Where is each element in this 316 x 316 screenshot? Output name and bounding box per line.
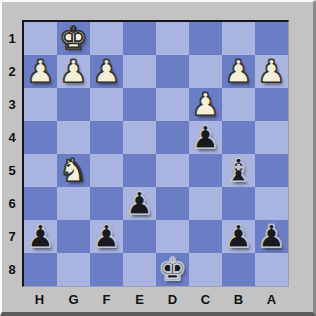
black-pawn[interactable]: ♟ bbox=[24, 220, 57, 253]
square-b2[interactable]: ♟ bbox=[222, 55, 255, 88]
square-g1[interactable]: ♚ bbox=[57, 22, 90, 55]
square-h7[interactable]: ♟ bbox=[24, 220, 57, 253]
white-pawn[interactable]: ♟ bbox=[255, 55, 288, 88]
square-b4[interactable] bbox=[222, 121, 255, 154]
square-h5[interactable] bbox=[24, 154, 57, 187]
white-pawn[interactable]: ♟ bbox=[222, 55, 255, 88]
black-pawn[interactable]: ♟ bbox=[123, 187, 156, 220]
square-g4[interactable] bbox=[57, 121, 90, 154]
square-h8[interactable] bbox=[24, 253, 57, 286]
square-e8[interactable] bbox=[123, 253, 156, 286]
file-label-b: B bbox=[222, 290, 255, 310]
square-g5[interactable]: ♞ bbox=[57, 154, 90, 187]
square-g8[interactable] bbox=[57, 253, 90, 286]
square-c3[interactable]: ♟ bbox=[189, 88, 222, 121]
square-d5[interactable] bbox=[156, 154, 189, 187]
white-knight[interactable]: ♞ bbox=[57, 154, 90, 187]
square-h6[interactable] bbox=[24, 187, 57, 220]
rank-labels: 12345678 bbox=[2, 20, 22, 286]
square-d4[interactable] bbox=[156, 121, 189, 154]
square-a3[interactable] bbox=[255, 88, 288, 121]
square-c6[interactable] bbox=[189, 187, 222, 220]
square-e7[interactable] bbox=[123, 220, 156, 253]
black-pawn[interactable]: ♟ bbox=[222, 220, 255, 253]
white-king[interactable]: ♚ bbox=[57, 22, 90, 55]
white-pawn[interactable]: ♟ bbox=[90, 55, 123, 88]
rank-label-1: 1 bbox=[2, 20, 22, 55]
white-pawn[interactable]: ♟ bbox=[24, 55, 57, 88]
square-f7[interactable]: ♟ bbox=[90, 220, 123, 253]
square-a4[interactable] bbox=[255, 121, 288, 154]
square-g2[interactable]: ♟ bbox=[57, 55, 90, 88]
square-b7[interactable]: ♟ bbox=[222, 220, 255, 253]
black-pawn[interactable]: ♟ bbox=[189, 121, 222, 154]
square-b3[interactable] bbox=[222, 88, 255, 121]
file-label-c: C bbox=[189, 290, 222, 310]
square-a6[interactable] bbox=[255, 187, 288, 220]
square-c1[interactable] bbox=[189, 22, 222, 55]
square-g6[interactable] bbox=[57, 187, 90, 220]
square-h2[interactable]: ♟ bbox=[24, 55, 57, 88]
file-label-h: H bbox=[22, 290, 57, 310]
rank-label-2: 2 bbox=[2, 55, 22, 88]
black-pawn[interactable]: ♟ bbox=[255, 220, 288, 253]
square-f1[interactable] bbox=[90, 22, 123, 55]
square-f3[interactable] bbox=[90, 88, 123, 121]
square-d2[interactable] bbox=[156, 55, 189, 88]
square-e4[interactable] bbox=[123, 121, 156, 154]
square-g7[interactable] bbox=[57, 220, 90, 253]
square-f4[interactable] bbox=[90, 121, 123, 154]
rank-label-5: 5 bbox=[2, 154, 22, 187]
square-c7[interactable] bbox=[189, 220, 222, 253]
black-bishop[interactable]: ♝ bbox=[222, 154, 255, 187]
file-label-a: A bbox=[255, 290, 288, 310]
rank-label-8: 8 bbox=[2, 253, 22, 286]
square-a7[interactable]: ♟ bbox=[255, 220, 288, 253]
black-king[interactable]: ♚ bbox=[156, 253, 189, 286]
square-d7[interactable] bbox=[156, 220, 189, 253]
file-label-g: G bbox=[57, 290, 90, 310]
square-c2[interactable] bbox=[189, 55, 222, 88]
white-pawn[interactable]: ♟ bbox=[189, 88, 222, 121]
square-d8[interactable]: ♚ bbox=[156, 253, 189, 286]
square-e5[interactable] bbox=[123, 154, 156, 187]
square-c5[interactable] bbox=[189, 154, 222, 187]
square-h1[interactable] bbox=[24, 22, 57, 55]
square-e2[interactable] bbox=[123, 55, 156, 88]
file-label-d: D bbox=[156, 290, 189, 310]
square-h3[interactable] bbox=[24, 88, 57, 121]
rank-label-6: 6 bbox=[2, 187, 22, 220]
square-f6[interactable] bbox=[90, 187, 123, 220]
square-c8[interactable] bbox=[189, 253, 222, 286]
square-b5[interactable]: ♝ bbox=[222, 154, 255, 187]
square-b1[interactable] bbox=[222, 22, 255, 55]
square-a2[interactable]: ♟ bbox=[255, 55, 288, 88]
file-label-f: F bbox=[90, 290, 123, 310]
square-e6[interactable]: ♟ bbox=[123, 187, 156, 220]
chess-board[interactable]: ♚♟♟♟♟♟♟♟♞♝♟♟♟♟♟♚ bbox=[22, 20, 289, 287]
file-labels: HGFEDCBA bbox=[22, 290, 288, 310]
square-e1[interactable] bbox=[123, 22, 156, 55]
square-d6[interactable] bbox=[156, 187, 189, 220]
square-a1[interactable] bbox=[255, 22, 288, 55]
square-e3[interactable] bbox=[123, 88, 156, 121]
square-h4[interactable] bbox=[24, 121, 57, 154]
rank-label-3: 3 bbox=[2, 88, 22, 121]
square-b6[interactable] bbox=[222, 187, 255, 220]
square-f8[interactable] bbox=[90, 253, 123, 286]
square-g3[interactable] bbox=[57, 88, 90, 121]
square-b8[interactable] bbox=[222, 253, 255, 286]
square-f2[interactable]: ♟ bbox=[90, 55, 123, 88]
rank-label-7: 7 bbox=[2, 220, 22, 253]
square-d3[interactable] bbox=[156, 88, 189, 121]
black-pawn[interactable]: ♟ bbox=[90, 220, 123, 253]
file-label-e: E bbox=[123, 290, 156, 310]
white-pawn[interactable]: ♟ bbox=[57, 55, 90, 88]
square-d1[interactable] bbox=[156, 22, 189, 55]
square-a5[interactable] bbox=[255, 154, 288, 187]
square-c4[interactable]: ♟ bbox=[189, 121, 222, 154]
square-f5[interactable] bbox=[90, 154, 123, 187]
square-a8[interactable] bbox=[255, 253, 288, 286]
chess-diagram-frame: 12345678 ♚♟♟♟♟♟♟♟♞♝♟♟♟♟♟♚ HGFEDCBA bbox=[0, 0, 316, 316]
rank-label-4: 4 bbox=[2, 121, 22, 154]
